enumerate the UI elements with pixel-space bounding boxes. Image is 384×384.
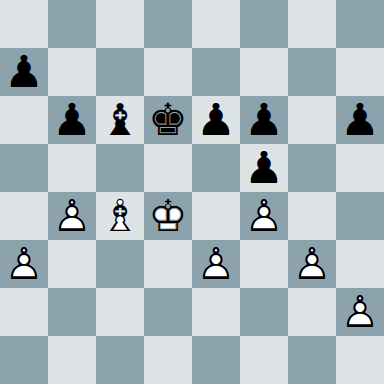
- square-b4[interactable]: ♟♙: [48, 192, 96, 240]
- square-e1[interactable]: [192, 336, 240, 384]
- black-pawn-glyph: ♟: [244, 96, 283, 144]
- square-f1[interactable]: [240, 336, 288, 384]
- square-g8[interactable]: [288, 0, 336, 48]
- black-king-glyph: ♚: [148, 96, 187, 144]
- square-d7[interactable]: [144, 48, 192, 96]
- square-h1[interactable]: [336, 336, 384, 384]
- square-g7[interactable]: [288, 48, 336, 96]
- square-e6[interactable]: ♟: [192, 96, 240, 144]
- white-pawn-outline: ♙: [4, 240, 43, 288]
- square-b6[interactable]: ♟: [48, 96, 96, 144]
- square-a1[interactable]: [0, 336, 48, 384]
- square-a2[interactable]: [0, 288, 48, 336]
- square-d6[interactable]: ♚: [144, 96, 192, 144]
- square-a4[interactable]: [0, 192, 48, 240]
- square-c5[interactable]: [96, 144, 144, 192]
- square-c8[interactable]: [96, 0, 144, 48]
- black-bishop-glyph: ♝: [100, 96, 139, 144]
- square-d8[interactable]: [144, 0, 192, 48]
- square-f4[interactable]: ♟♙: [240, 192, 288, 240]
- white-pawn-outline: ♙: [244, 192, 283, 240]
- square-d3[interactable]: [144, 240, 192, 288]
- square-a6[interactable]: [0, 96, 48, 144]
- black-pawn[interactable]: ♟: [192, 96, 240, 144]
- square-c2[interactable]: [96, 288, 144, 336]
- square-h4[interactable]: [336, 192, 384, 240]
- white-pawn-outline: ♙: [196, 240, 235, 288]
- square-f8[interactable]: [240, 0, 288, 48]
- square-d5[interactable]: [144, 144, 192, 192]
- black-bishop[interactable]: ♝: [96, 96, 144, 144]
- square-a3[interactable]: ♟♙: [0, 240, 48, 288]
- white-pawn[interactable]: ♟♙: [240, 192, 288, 240]
- square-c3[interactable]: [96, 240, 144, 288]
- square-c1[interactable]: [96, 336, 144, 384]
- square-a5[interactable]: [0, 144, 48, 192]
- square-h7[interactable]: [336, 48, 384, 96]
- square-h6[interactable]: ♟: [336, 96, 384, 144]
- chess-board: ♟♟♝♚♟♟♟♟♟♙♝♗♚♔♟♙♟♙♟♙♟♙♟♙: [0, 0, 384, 384]
- white-bishop[interactable]: ♝♗: [96, 192, 144, 240]
- white-pawn[interactable]: ♟♙: [48, 192, 96, 240]
- square-b3[interactable]: [48, 240, 96, 288]
- square-e2[interactable]: [192, 288, 240, 336]
- square-h3[interactable]: [336, 240, 384, 288]
- white-pawn[interactable]: ♟♙: [288, 240, 336, 288]
- square-h5[interactable]: [336, 144, 384, 192]
- square-e8[interactable]: [192, 0, 240, 48]
- white-pawn-outline: ♙: [340, 288, 379, 336]
- square-g2[interactable]: [288, 288, 336, 336]
- square-f6[interactable]: ♟: [240, 96, 288, 144]
- square-e7[interactable]: [192, 48, 240, 96]
- white-king-outline: ♔: [148, 192, 187, 240]
- square-f5[interactable]: ♟: [240, 144, 288, 192]
- white-pawn[interactable]: ♟♙: [192, 240, 240, 288]
- white-pawn-outline: ♙: [52, 192, 91, 240]
- square-d4[interactable]: ♚♔: [144, 192, 192, 240]
- square-b2[interactable]: [48, 288, 96, 336]
- square-f3[interactable]: [240, 240, 288, 288]
- square-c4[interactable]: ♝♗: [96, 192, 144, 240]
- square-b5[interactable]: [48, 144, 96, 192]
- square-b1[interactable]: [48, 336, 96, 384]
- black-pawn-glyph: ♟: [4, 48, 43, 96]
- square-f7[interactable]: [240, 48, 288, 96]
- square-c6[interactable]: ♝: [96, 96, 144, 144]
- square-h2[interactable]: ♟♙: [336, 288, 384, 336]
- square-h8[interactable]: [336, 0, 384, 48]
- square-g4[interactable]: [288, 192, 336, 240]
- square-a8[interactable]: [0, 0, 48, 48]
- square-g1[interactable]: [288, 336, 336, 384]
- square-g6[interactable]: [288, 96, 336, 144]
- white-pawn[interactable]: ♟♙: [0, 240, 48, 288]
- black-pawn-glyph: ♟: [244, 144, 283, 192]
- white-bishop-outline: ♗: [100, 192, 139, 240]
- black-pawn-glyph: ♟: [196, 96, 235, 144]
- black-pawn-glyph: ♟: [52, 96, 91, 144]
- square-g5[interactable]: [288, 144, 336, 192]
- white-pawn[interactable]: ♟♙: [336, 288, 384, 336]
- square-b7[interactable]: [48, 48, 96, 96]
- black-pawn-glyph: ♟: [340, 96, 379, 144]
- black-pawn[interactable]: ♟: [336, 96, 384, 144]
- square-e3[interactable]: ♟♙: [192, 240, 240, 288]
- square-e5[interactable]: [192, 144, 240, 192]
- square-c7[interactable]: [96, 48, 144, 96]
- black-pawn[interactable]: ♟: [240, 96, 288, 144]
- square-d2[interactable]: [144, 288, 192, 336]
- square-e4[interactable]: [192, 192, 240, 240]
- square-a7[interactable]: ♟: [0, 48, 48, 96]
- black-pawn[interactable]: ♟: [240, 144, 288, 192]
- square-f2[interactable]: [240, 288, 288, 336]
- square-d1[interactable]: [144, 336, 192, 384]
- square-g3[interactable]: ♟♙: [288, 240, 336, 288]
- square-b8[interactable]: [48, 0, 96, 48]
- black-king[interactable]: ♚: [144, 96, 192, 144]
- black-pawn[interactable]: ♟: [48, 96, 96, 144]
- white-king[interactable]: ♚♔: [144, 192, 192, 240]
- black-pawn[interactable]: ♟: [0, 48, 48, 96]
- white-pawn-outline: ♙: [292, 240, 331, 288]
